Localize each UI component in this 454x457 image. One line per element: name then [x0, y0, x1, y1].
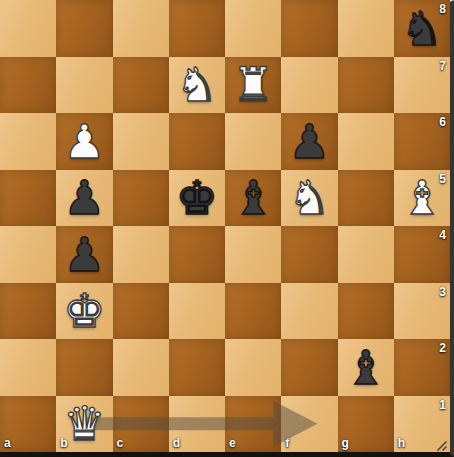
square-b6[interactable]: ♟ — [56, 113, 112, 170]
rank-label-4: 4 — [439, 228, 446, 242]
chess-board-screenshot: 8♞♞♜7♟♟6♟♚♝♞5♝♟4♚3♝2ab♛cdefg1h — [0, 0, 454, 457]
square-a7[interactable] — [0, 57, 56, 114]
white-king-b3[interactable]: ♚ — [56, 283, 112, 340]
square-c5[interactable] — [113, 170, 169, 227]
file-label-h: h — [398, 436, 405, 450]
black-pawn-b5[interactable]: ♟ — [56, 170, 112, 227]
rank-label-6: 6 — [439, 115, 446, 129]
black-bishop-e5[interactable]: ♝ — [225, 170, 281, 227]
square-h3[interactable]: 3 — [394, 283, 450, 340]
square-e2[interactable] — [225, 339, 281, 396]
file-label-f: f — [285, 436, 289, 450]
square-c6[interactable] — [113, 113, 169, 170]
square-g1[interactable]: g — [338, 396, 394, 453]
square-b1[interactable]: b♛ — [56, 396, 112, 453]
square-e7[interactable]: ♜ — [225, 57, 281, 114]
square-b4[interactable]: ♟ — [56, 226, 112, 283]
square-d5[interactable]: ♚ — [169, 170, 225, 227]
square-a6[interactable] — [0, 113, 56, 170]
rank-label-2: 2 — [439, 341, 446, 355]
square-h2[interactable]: 2 — [394, 339, 450, 396]
square-e6[interactable] — [225, 113, 281, 170]
white-queen-b1[interactable]: ♛ — [56, 396, 112, 453]
square-c4[interactable] — [113, 226, 169, 283]
square-c1[interactable]: c — [113, 396, 169, 453]
black-pawn-b4[interactable]: ♟ — [56, 226, 112, 283]
rank-label-1: 1 — [439, 398, 446, 412]
square-g7[interactable] — [338, 57, 394, 114]
square-d6[interactable] — [169, 113, 225, 170]
square-h4[interactable]: 4 — [394, 226, 450, 283]
square-f4[interactable] — [281, 226, 337, 283]
board-resize-handle-icon[interactable] — [434, 438, 448, 452]
chess-board: 8♞♞♜7♟♟6♟♚♝♞5♝♟4♚3♝2ab♛cdefg1h — [0, 0, 450, 452]
square-h6[interactable]: 6 — [394, 113, 450, 170]
square-c2[interactable] — [113, 339, 169, 396]
square-a1[interactable]: a — [0, 396, 56, 453]
square-f5[interactable]: ♞ — [281, 170, 337, 227]
square-d7[interactable]: ♞ — [169, 57, 225, 114]
square-h8[interactable]: 8♞ — [394, 0, 450, 57]
square-c8[interactable] — [113, 0, 169, 57]
white-pawn-b6[interactable]: ♟ — [56, 113, 112, 170]
square-f2[interactable] — [281, 339, 337, 396]
white-knight-d7[interactable]: ♞ — [169, 57, 225, 114]
square-e4[interactable] — [225, 226, 281, 283]
square-b2[interactable] — [56, 339, 112, 396]
file-label-a: a — [4, 436, 11, 450]
square-f8[interactable] — [281, 0, 337, 57]
black-pawn-f6[interactable]: ♟ — [281, 113, 337, 170]
black-king-d5[interactable]: ♚ — [169, 170, 225, 227]
square-f1[interactable]: f — [281, 396, 337, 453]
square-f3[interactable] — [281, 283, 337, 340]
square-e8[interactable] — [225, 0, 281, 57]
square-a4[interactable] — [0, 226, 56, 283]
square-h7[interactable]: 7 — [394, 57, 450, 114]
square-d1[interactable]: d — [169, 396, 225, 453]
square-a8[interactable] — [0, 0, 56, 57]
black-knight-h8[interactable]: ♞ — [394, 0, 450, 57]
square-b5[interactable]: ♟ — [56, 170, 112, 227]
square-d2[interactable] — [169, 339, 225, 396]
square-b3[interactable]: ♚ — [56, 283, 112, 340]
square-f7[interactable] — [281, 57, 337, 114]
square-d3[interactable] — [169, 283, 225, 340]
rank-label-3: 3 — [439, 285, 446, 299]
file-label-c: c — [117, 436, 124, 450]
file-label-e: e — [229, 436, 236, 450]
rank-label-7: 7 — [439, 59, 446, 73]
square-b8[interactable] — [56, 0, 112, 57]
square-e5[interactable]: ♝ — [225, 170, 281, 227]
square-a3[interactable] — [0, 283, 56, 340]
square-g5[interactable] — [338, 170, 394, 227]
square-g2[interactable]: ♝ — [338, 339, 394, 396]
square-e1[interactable]: e — [225, 396, 281, 453]
white-bishop-h5[interactable]: ♝ — [394, 170, 450, 227]
square-c3[interactable] — [113, 283, 169, 340]
square-h5[interactable]: 5♝ — [394, 170, 450, 227]
square-d4[interactable] — [169, 226, 225, 283]
black-bishop-g2[interactable]: ♝ — [338, 339, 394, 396]
square-e3[interactable] — [225, 283, 281, 340]
file-label-d: d — [173, 436, 180, 450]
square-g8[interactable] — [338, 0, 394, 57]
square-g3[interactable] — [338, 283, 394, 340]
square-b7[interactable] — [56, 57, 112, 114]
square-a2[interactable] — [0, 339, 56, 396]
square-d8[interactable] — [169, 0, 225, 57]
white-rook-e7[interactable]: ♜ — [225, 57, 281, 114]
square-c7[interactable] — [113, 57, 169, 114]
square-f6[interactable]: ♟ — [281, 113, 337, 170]
white-knight-f5[interactable]: ♞ — [281, 170, 337, 227]
square-a5[interactable] — [0, 170, 56, 227]
square-g6[interactable] — [338, 113, 394, 170]
file-label-g: g — [342, 436, 349, 450]
square-g4[interactable] — [338, 226, 394, 283]
